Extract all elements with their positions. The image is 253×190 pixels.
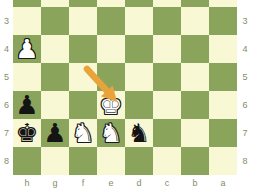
- file-label-h: h: [13, 175, 41, 190]
- square-c4[interactable]: [153, 35, 181, 63]
- square-g4[interactable]: [41, 35, 69, 63]
- square-d2[interactable]: [125, 0, 153, 7]
- square-c3[interactable]: [153, 7, 181, 35]
- square-b6[interactable]: [181, 91, 209, 119]
- square-e2[interactable]: [97, 0, 125, 7]
- square-d8[interactable]: [125, 147, 153, 175]
- square-d4[interactable]: [125, 35, 153, 63]
- black-pawn[interactable]: ♟: [13, 91, 41, 119]
- rank-label-5-left: 5: [0, 63, 13, 91]
- rank-label-6-right: 6: [237, 91, 253, 119]
- square-b5[interactable]: [181, 63, 209, 91]
- square-g5[interactable]: [41, 63, 69, 91]
- black-knight[interactable]: ♞: [125, 119, 153, 147]
- white-pawn[interactable]: ♟: [13, 35, 41, 63]
- rank-label-3-right: 3: [237, 7, 253, 35]
- square-f2[interactable]: [69, 0, 97, 7]
- square-g3[interactable]: [41, 7, 69, 35]
- black-pawn[interactable]: ♟: [41, 119, 69, 147]
- square-a3[interactable]: [209, 7, 237, 35]
- file-label-f: f: [69, 175, 97, 190]
- chessboard: 334455667788hgfedcba ♟♟♚♟♞♞♚♞: [0, 0, 253, 190]
- square-e4[interactable]: [97, 35, 125, 63]
- black-king[interactable]: ♚: [13, 119, 41, 147]
- file-label-e: e: [97, 175, 125, 190]
- square-d6[interactable]: [125, 91, 153, 119]
- square-f8[interactable]: [69, 147, 97, 175]
- rank-label-4-right: 4: [237, 35, 253, 63]
- rank-label-7-right: 7: [237, 119, 253, 147]
- square-b7[interactable]: [181, 119, 209, 147]
- square-f3[interactable]: [69, 7, 97, 35]
- square-e5[interactable]: [97, 63, 125, 91]
- square-f6[interactable]: [69, 91, 97, 119]
- rank-label-6-left: 6: [0, 91, 13, 119]
- square-d3[interactable]: [125, 7, 153, 35]
- square-c2[interactable]: [153, 0, 181, 7]
- square-g8[interactable]: [41, 147, 69, 175]
- square-c6[interactable]: [153, 91, 181, 119]
- square-c8[interactable]: [153, 147, 181, 175]
- square-a7[interactable]: [209, 119, 237, 147]
- square-d5[interactable]: [125, 63, 153, 91]
- square-c5[interactable]: [153, 63, 181, 91]
- square-b8[interactable]: [181, 147, 209, 175]
- square-e8[interactable]: [97, 147, 125, 175]
- square-h5[interactable]: [13, 63, 41, 91]
- white-knight[interactable]: ♞: [69, 119, 97, 147]
- square-f5[interactable]: [69, 63, 97, 91]
- square-h2[interactable]: [13, 0, 41, 7]
- rank-label-8-left: 8: [0, 147, 13, 175]
- square-b2[interactable]: [181, 0, 209, 7]
- square-a4[interactable]: [209, 35, 237, 63]
- white-king[interactable]: ♚: [97, 91, 125, 119]
- square-e3[interactable]: [97, 7, 125, 35]
- square-a2[interactable]: [209, 0, 237, 7]
- square-c7[interactable]: [153, 119, 181, 147]
- square-b4[interactable]: [181, 35, 209, 63]
- square-h8[interactable]: [13, 147, 41, 175]
- square-h3[interactable]: [13, 7, 41, 35]
- square-g6[interactable]: [41, 91, 69, 119]
- rank-label-4-left: 4: [0, 35, 13, 63]
- rank-label-3-left: 3: [0, 7, 13, 35]
- square-a6[interactable]: [209, 91, 237, 119]
- square-a5[interactable]: [209, 63, 237, 91]
- file-label-g: g: [41, 175, 69, 190]
- square-a8[interactable]: [209, 147, 237, 175]
- file-label-d: d: [125, 175, 153, 190]
- rank-label-7-left: 7: [0, 119, 13, 147]
- square-b3[interactable]: [181, 7, 209, 35]
- rank-label-8-right: 8: [237, 147, 253, 175]
- file-label-c: c: [153, 175, 181, 190]
- file-label-b: b: [181, 175, 209, 190]
- square-g2[interactable]: [41, 0, 69, 7]
- rank-label-5-right: 5: [237, 63, 253, 91]
- square-f4[interactable]: [69, 35, 97, 63]
- file-label-a: a: [209, 175, 237, 190]
- white-knight[interactable]: ♞: [97, 119, 125, 147]
